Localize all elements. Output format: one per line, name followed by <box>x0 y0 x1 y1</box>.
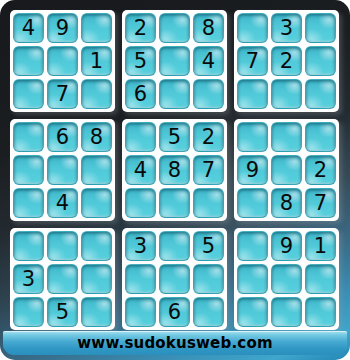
sudoku-box-7: 35 <box>10 228 115 330</box>
cell-r2c6[interactable]: 4 <box>193 46 224 76</box>
cell-r5c7[interactable]: 9 <box>237 155 268 185</box>
cell-r9c2[interactable]: 5 <box>47 297 78 327</box>
cell-r8c3[interactable] <box>81 264 112 294</box>
cell-r8c7[interactable] <box>237 264 268 294</box>
cell-r4c2[interactable]: 6 <box>47 122 78 152</box>
cell-r9c1[interactable] <box>13 297 44 327</box>
cell-r8c9[interactable] <box>305 264 336 294</box>
cell-r3c4[interactable]: 6 <box>125 79 156 109</box>
cell-r3c6[interactable] <box>193 79 224 109</box>
cell-r1c3[interactable] <box>81 13 112 43</box>
cell-r5c5[interactable]: 8 <box>159 155 190 185</box>
cell-r6c8[interactable]: 8 <box>271 188 302 218</box>
cell-r1c6[interactable]: 8 <box>193 13 224 43</box>
cell-r4c4[interactable] <box>125 122 156 152</box>
cell-r3c9[interactable] <box>305 79 336 109</box>
sudoku-box-9: 91 <box>234 228 339 330</box>
cell-r5c4[interactable]: 4 <box>125 155 156 185</box>
cell-r9c6[interactable] <box>193 297 224 327</box>
cell-r2c4[interactable]: 5 <box>125 46 156 76</box>
cell-r1c5[interactable] <box>159 13 190 43</box>
cell-r4c7[interactable] <box>237 122 268 152</box>
cell-r7c2[interactable] <box>47 231 78 261</box>
cell-r9c8[interactable] <box>271 297 302 327</box>
cell-r5c6[interactable]: 7 <box>193 155 224 185</box>
sudoku-box-2: 28546 <box>122 10 227 112</box>
cell-r7c7[interactable] <box>237 231 268 261</box>
cell-r2c8[interactable]: 2 <box>271 46 302 76</box>
sudoku-box-3: 372 <box>234 10 339 112</box>
cell-r4c9[interactable] <box>305 122 336 152</box>
cell-r6c2[interactable]: 4 <box>47 188 78 218</box>
cell-r4c6[interactable]: 2 <box>193 122 224 152</box>
cell-r7c3[interactable] <box>81 231 112 261</box>
cell-r7c1[interactable] <box>13 231 44 261</box>
cell-r5c2[interactable] <box>47 155 78 185</box>
cell-r6c1[interactable] <box>13 188 44 218</box>
cell-r9c7[interactable] <box>237 297 268 327</box>
sudoku-box-5: 52487 <box>122 119 227 221</box>
cell-r5c3[interactable] <box>81 155 112 185</box>
cell-r3c2[interactable]: 7 <box>47 79 78 109</box>
cell-r3c1[interactable] <box>13 79 44 109</box>
cell-r1c8[interactable]: 3 <box>271 13 302 43</box>
cell-r4c3[interactable]: 8 <box>81 122 112 152</box>
cell-r7c9[interactable]: 1 <box>305 231 336 261</box>
cell-r2c2[interactable] <box>47 46 78 76</box>
sudoku-box-1: 4917 <box>10 10 115 112</box>
cell-r9c5[interactable]: 6 <box>159 297 190 327</box>
cell-r3c8[interactable] <box>271 79 302 109</box>
cell-r6c5[interactable] <box>159 188 190 218</box>
cell-r2c9[interactable] <box>305 46 336 76</box>
cell-r6c4[interactable] <box>125 188 156 218</box>
cell-r9c4[interactable] <box>125 297 156 327</box>
cell-r1c7[interactable] <box>237 13 268 43</box>
cell-r4c8[interactable] <box>271 122 302 152</box>
cell-r2c7[interactable]: 7 <box>237 46 268 76</box>
cell-r7c8[interactable]: 9 <box>271 231 302 261</box>
cell-r4c1[interactable] <box>13 122 44 152</box>
cell-r2c1[interactable] <box>13 46 44 76</box>
cell-r8c4[interactable] <box>125 264 156 294</box>
cell-r8c6[interactable] <box>193 264 224 294</box>
website-link[interactable]: www.sudokusweb.com <box>77 334 272 352</box>
cell-r8c8[interactable] <box>271 264 302 294</box>
cell-r9c3[interactable] <box>81 297 112 327</box>
cell-r6c3[interactable] <box>81 188 112 218</box>
cell-r1c2[interactable]: 9 <box>47 13 78 43</box>
cell-r5c8[interactable] <box>271 155 302 185</box>
cell-r6c9[interactable]: 7 <box>305 188 336 218</box>
cell-r3c3[interactable] <box>81 79 112 109</box>
cell-r6c6[interactable] <box>193 188 224 218</box>
cell-r7c6[interactable]: 5 <box>193 231 224 261</box>
cell-r1c4[interactable]: 2 <box>125 13 156 43</box>
sudoku-box-6: 9287 <box>234 119 339 221</box>
cell-r5c1[interactable] <box>13 155 44 185</box>
cell-r9c9[interactable] <box>305 297 336 327</box>
cell-r8c2[interactable] <box>47 264 78 294</box>
cell-r8c5[interactable] <box>159 264 190 294</box>
cell-r8c1[interactable]: 3 <box>13 264 44 294</box>
cell-r1c1[interactable]: 4 <box>13 13 44 43</box>
footer-band: www.sudokusweb.com <box>3 331 347 355</box>
sudoku-grid: 4917285463726845248792873535691 <box>10 10 339 330</box>
cell-r4c5[interactable]: 5 <box>159 122 190 152</box>
cell-r2c3[interactable]: 1 <box>81 46 112 76</box>
cell-r7c5[interactable] <box>159 231 190 261</box>
cell-r3c5[interactable] <box>159 79 190 109</box>
cell-r1c9[interactable] <box>305 13 336 43</box>
cell-r2c5[interactable] <box>159 46 190 76</box>
sudoku-board: 4917285463726845248792873535691 www.sudo… <box>0 0 350 360</box>
sudoku-box-4: 684 <box>10 119 115 221</box>
cell-r6c7[interactable] <box>237 188 268 218</box>
sudoku-box-8: 356 <box>122 228 227 330</box>
cell-r3c7[interactable] <box>237 79 268 109</box>
cell-r5c9[interactable]: 2 <box>305 155 336 185</box>
cell-r7c4[interactable]: 3 <box>125 231 156 261</box>
